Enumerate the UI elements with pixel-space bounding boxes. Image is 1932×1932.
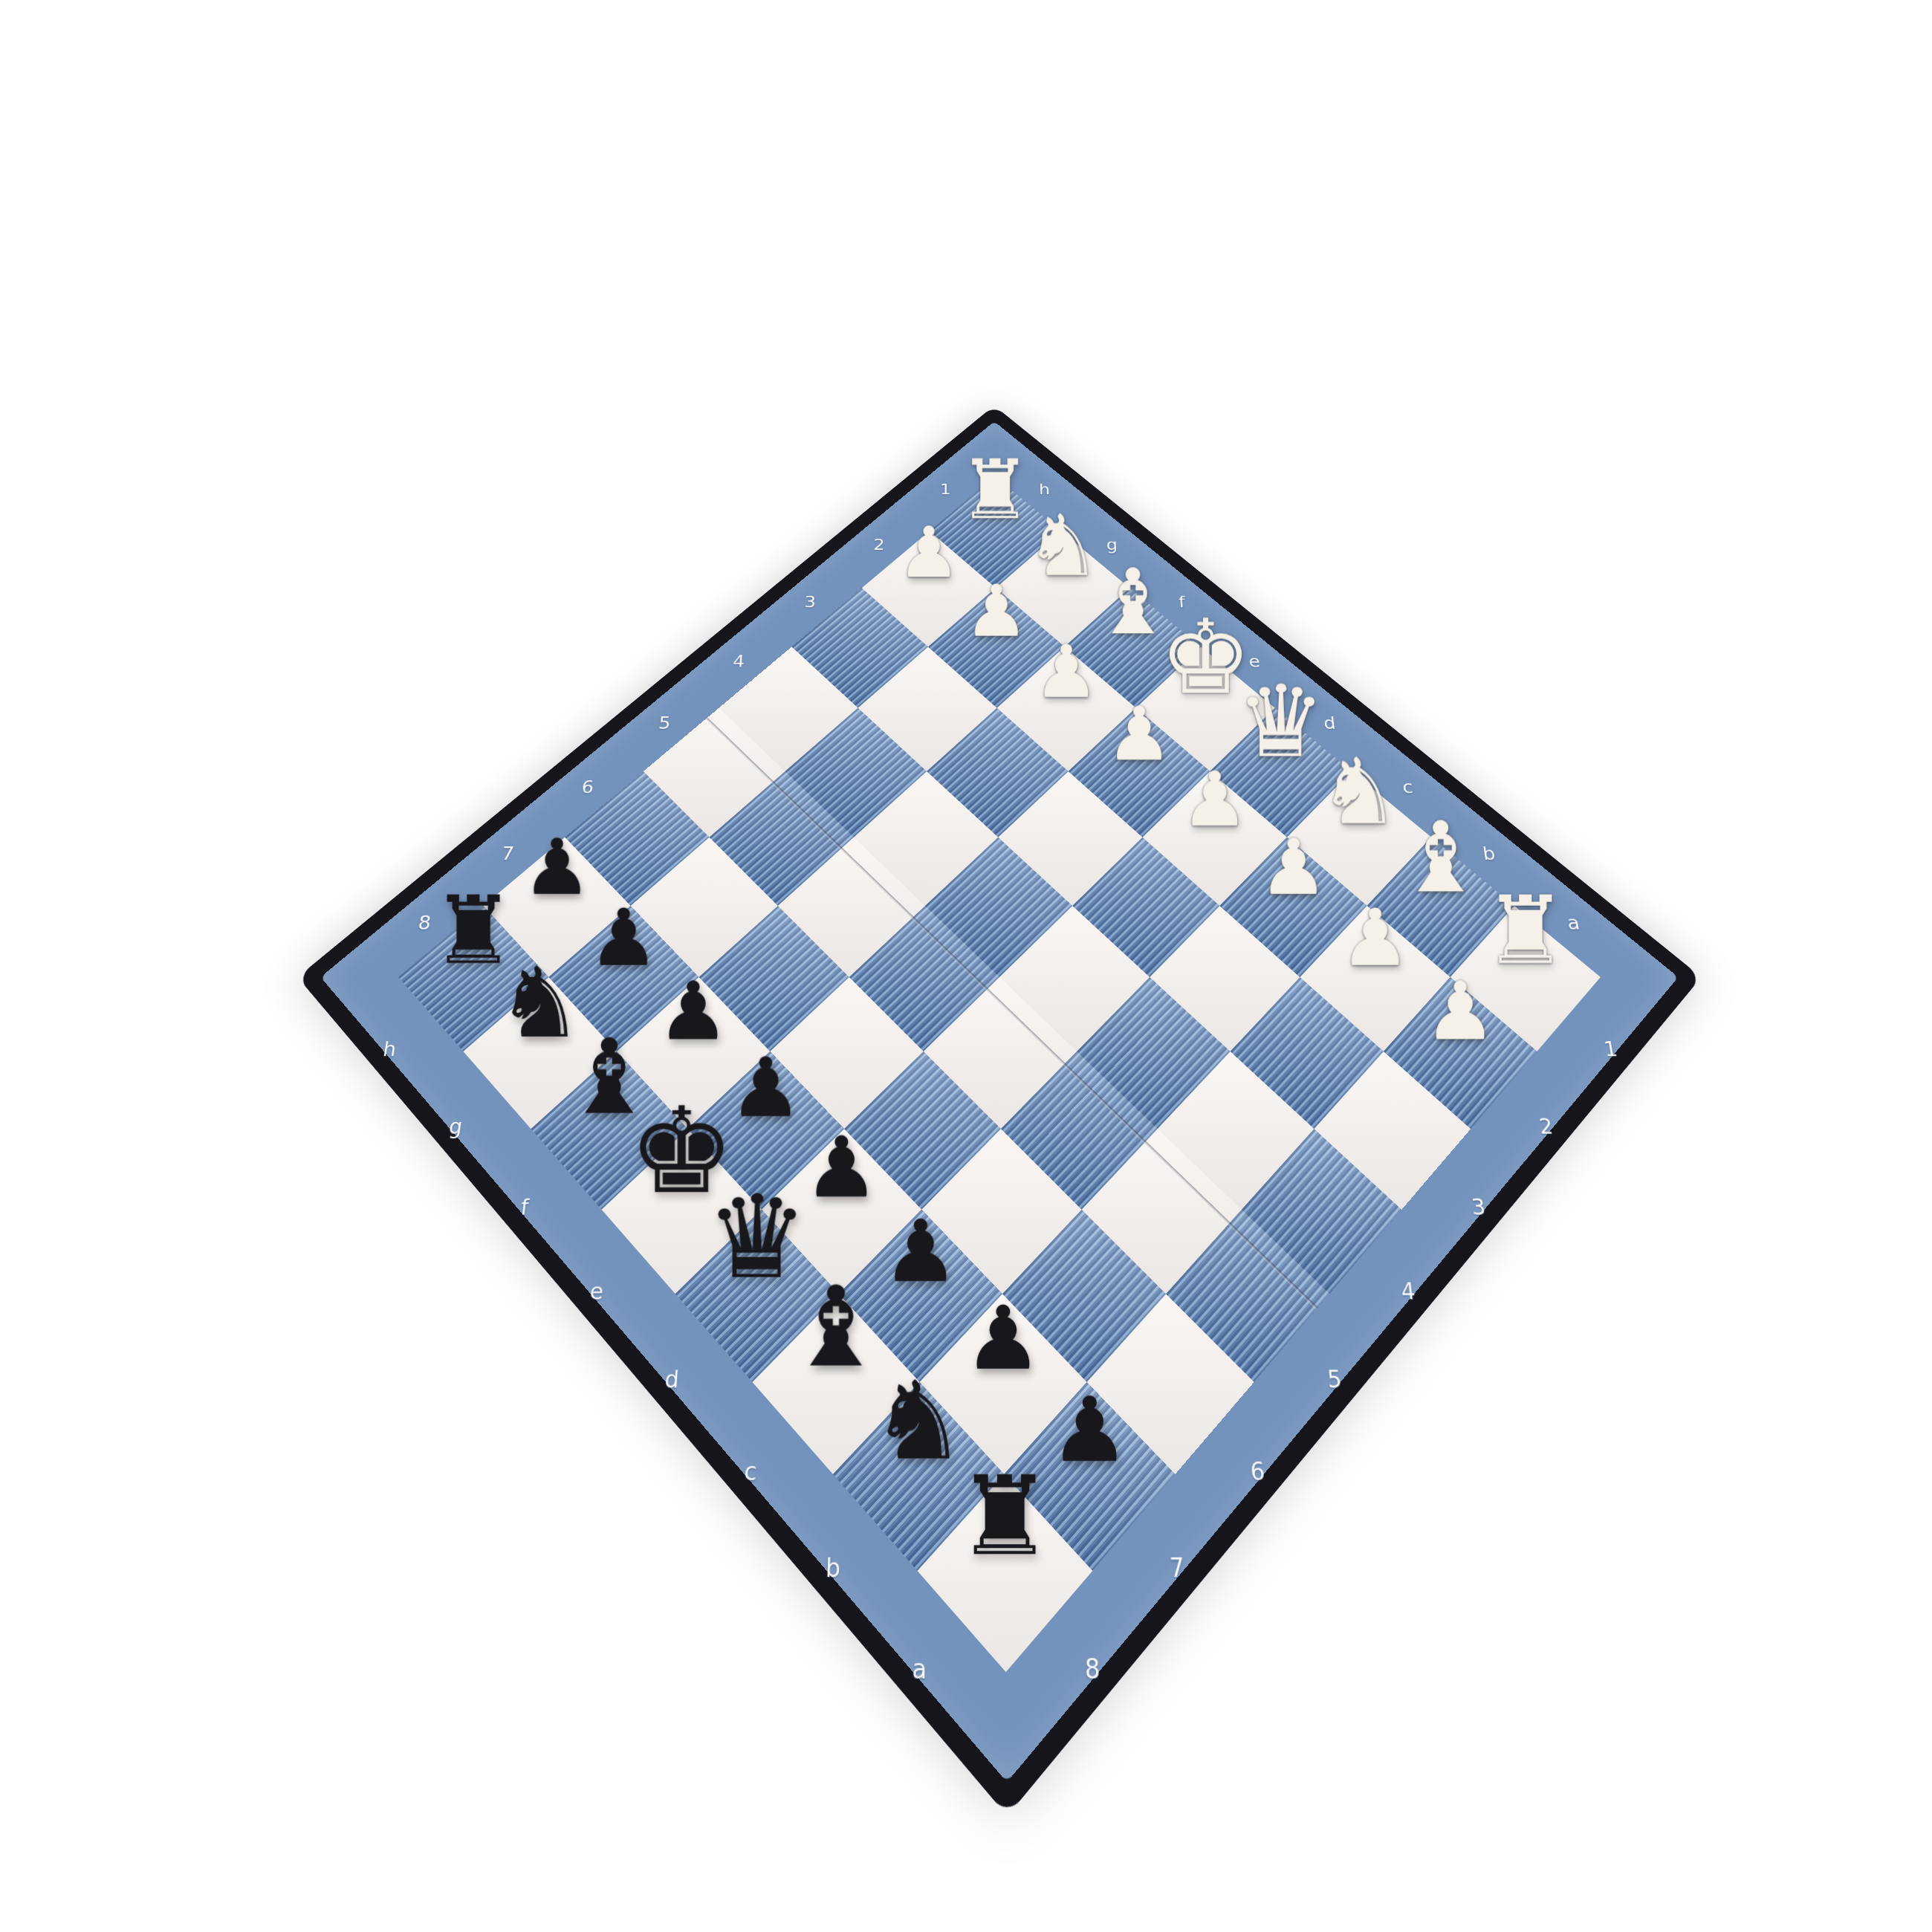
board-grid: ♜♞♝♚♛♞♝♜♟♟♟♟♟♟♟♟♟♟♟♟♟♟♟♟♜♞♝♚♛♝♞♜	[398, 476, 1601, 1672]
rank-label-left-2: 2	[869, 537, 889, 553]
file-label-bottom-h: h	[376, 1038, 402, 1060]
white-pawn-g2[interactable]: ♟	[961, 575, 1032, 646]
rank-label-left-1: 1	[936, 482, 956, 498]
file-label-top-h: h	[1034, 482, 1054, 498]
white-pawn-f2[interactable]: ♟	[1030, 635, 1103, 708]
file-label-bottom-c: c	[737, 1457, 764, 1485]
file-label-bottom-b: b	[819, 1553, 846, 1582]
rank-label-right-2: 2	[1533, 1115, 1560, 1138]
white-pawn-c2[interactable]: ♟	[1255, 829, 1332, 906]
rank-label-left-5: 5	[654, 713, 676, 732]
chess-board-3d: ♜♞♝♚♛♞♝♜♟♟♟♟♟♟♟♟♟♟♟♟♟♟♟♟♜♞♝♚♛♝♞♜ 1122334…	[297, 406, 1701, 1816]
file-label-bottom-f: f	[511, 1195, 538, 1219]
black-pawn-g7[interactable]: ♟	[584, 898, 663, 977]
rank-label-right-7: 7	[1164, 1553, 1191, 1582]
white-pawn-a2[interactable]: ♟	[1420, 971, 1500, 1051]
file-label-bottom-a: a	[906, 1653, 933, 1684]
rank-label-right-8: 8	[1079, 1653, 1106, 1684]
black-pawn-f7[interactable]: ♟	[653, 971, 733, 1051]
rank-label-right-4: 4	[1395, 1279, 1422, 1304]
white-pawn-e2[interactable]: ♟	[1102, 697, 1176, 771]
white-pawn-d2[interactable]: ♟	[1177, 762, 1253, 837]
rank-label-right-5: 5	[1321, 1366, 1349, 1393]
white-bishop-b1[interactable]: ♝	[1392, 808, 1489, 906]
white-pawn-h2[interactable]: ♟	[894, 518, 964, 588]
board-blue-border: ♜♞♝♚♛♞♝♜♟♟♟♟♟♟♟♟♟♟♟♟♟♟♟♟♜♞♝♚♛♝♞♜ 1122334…	[320, 421, 1678, 1782]
white-pawn-b2[interactable]: ♟	[1336, 898, 1415, 977]
rank-label-left-6: 6	[576, 777, 599, 797]
file-label-bottom-g: g	[442, 1115, 469, 1138]
rank-label-right-6: 6	[1244, 1457, 1271, 1485]
rank-label-right-3: 3	[1465, 1195, 1492, 1219]
rank-label-left-7: 7	[496, 843, 520, 863]
file-label-bottom-d: d	[658, 1366, 685, 1393]
rank-label-left-4: 4	[728, 652, 750, 670]
file-label-bottom-e: e	[583, 1279, 610, 1304]
rank-label-left-3: 3	[800, 593, 820, 610]
black-pawn-h7[interactable]: ♟	[519, 829, 596, 906]
white-rook-a1[interactable]: ♜	[1479, 884, 1572, 977]
black-rook-a8[interactable]: ♜	[950, 1462, 1060, 1571]
photo-stage: ♜♞♝♚♛♞♝♜♟♟♟♟♟♟♟♟♟♟♟♟♟♟♟♟♜♞♝♚♛♝♞♜ 1122334…	[0, 0, 1932, 1932]
board-black-rim: ♜♞♝♚♛♞♝♜♟♟♟♟♟♟♟♟♟♟♟♟♟♟♟♟♜♞♝♚♛♝♞♜ 1122334…	[297, 406, 1701, 1816]
board-scene: ♜♞♝♚♛♞♝♜♟♟♟♟♟♟♟♟♟♟♟♟♟♟♟♟♜♞♝♚♛♝♞♜ 1122334…	[0, 0, 1932, 1932]
black-pawn-a7[interactable]: ♟	[1045, 1384, 1135, 1474]
rank-label-right-1: 1	[1598, 1038, 1624, 1060]
